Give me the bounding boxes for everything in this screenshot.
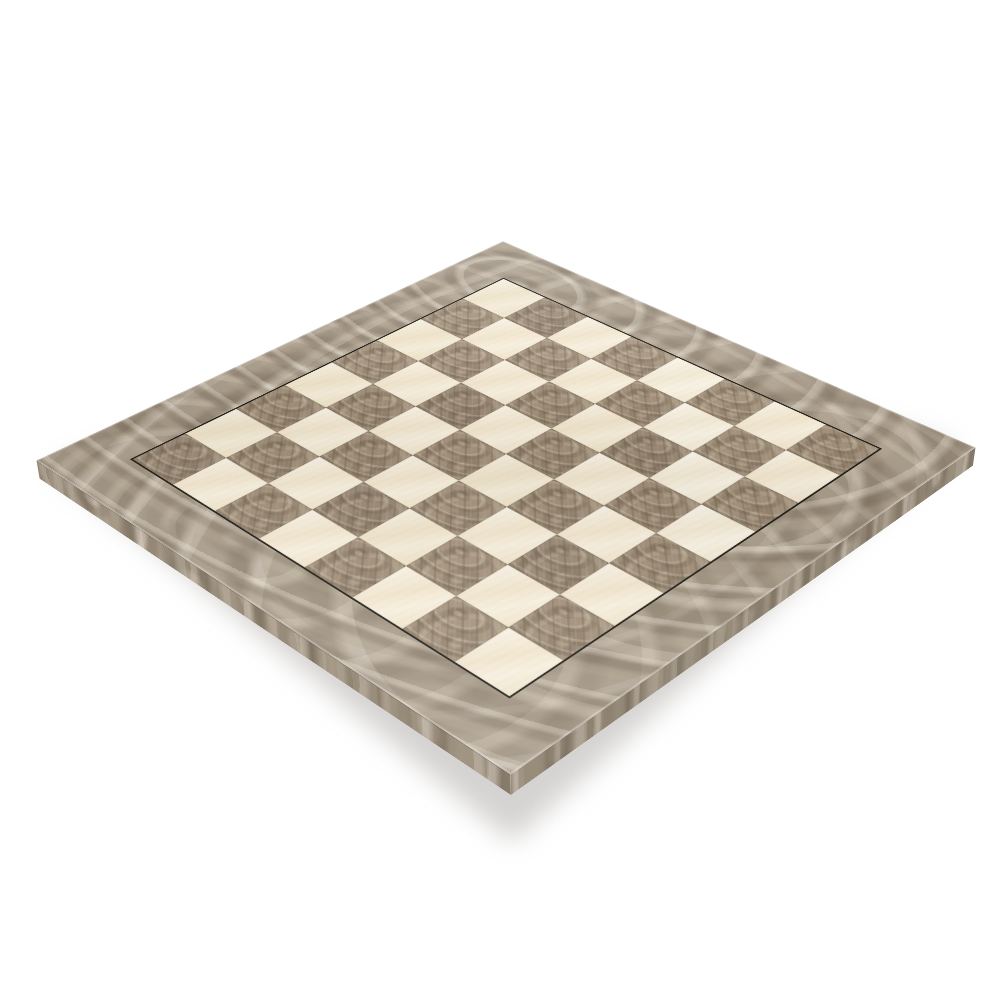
square-d2 [312,482,409,537]
square-g3 [507,534,609,594]
square-e4 [458,454,553,507]
square-h7 [744,450,839,503]
square-e1 [304,537,406,597]
square-h2 [508,595,614,661]
square-g6 [649,451,744,504]
square-g1 [402,596,508,662]
square-h6 [701,477,798,532]
perspective-scene [0,0,1000,1000]
square-f4 [506,479,603,534]
square-c1 [215,483,312,538]
scene-rotation [0,0,1000,1000]
photo-background [0,0,1000,1000]
square-g4 [556,506,655,564]
square-f2 [406,536,508,596]
square-b1 [172,458,267,511]
square-e3 [409,481,506,536]
square-f5 [553,453,648,506]
square-h3 [559,563,663,626]
square-g2 [456,565,560,628]
square-h4 [609,533,711,593]
square-d1 [258,510,357,568]
square-c2 [268,457,363,510]
square-e2 [358,508,457,566]
chessboard [36,241,975,774]
square-d3 [363,455,458,508]
square-h1 [454,627,563,696]
square-h5 [656,504,755,561]
play-area [129,278,881,699]
square-f3 [457,507,556,565]
square-f1 [352,566,456,629]
board-frame [36,241,975,774]
square-g5 [603,478,700,533]
